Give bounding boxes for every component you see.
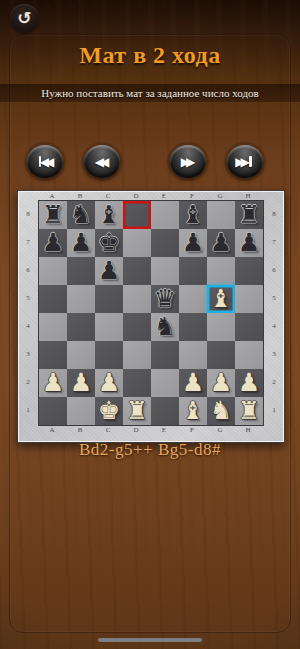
rank-labels-right: 87654321	[264, 200, 284, 424]
rank-label-6: 6	[18, 256, 38, 284]
square-g4[interactable]	[207, 313, 235, 341]
last-move-button[interactable]: ▶▶	[227, 145, 263, 178]
rank-label-6: 6	[264, 256, 284, 284]
square-f8[interactable]: ♝	[179, 201, 207, 229]
square-f5[interactable]	[179, 285, 207, 313]
square-h4[interactable]	[235, 313, 263, 341]
piece-bb-c8: ♝	[98, 201, 120, 229]
piece-wn-g1: ♞	[210, 397, 232, 425]
square-c1[interactable]: ♚	[95, 397, 123, 425]
square-h6[interactable]	[235, 257, 263, 285]
square-b2[interactable]: ♟	[67, 369, 95, 397]
rank-label-2: 2	[264, 368, 284, 396]
rank-label-7: 7	[264, 228, 284, 256]
square-h7[interactable]: ♟	[235, 229, 263, 257]
rank-label-7: 7	[18, 228, 38, 256]
app-screen: ↺ Мат в 2 хода Нужно поставить мат за за…	[0, 0, 300, 649]
square-a3[interactable]	[39, 341, 67, 369]
square-b8[interactable]: ♞	[67, 201, 95, 229]
square-e4[interactable]: ♞	[151, 313, 179, 341]
page-title: Мат в 2 хода	[0, 42, 300, 69]
piece-bp-f7: ♟	[182, 229, 204, 257]
square-f7[interactable]: ♟	[179, 229, 207, 257]
home-indicator[interactable]	[98, 638, 202, 642]
instruction-text: Нужно поставить мат за заданное число хо…	[41, 87, 258, 99]
piece-br-h8: ♜	[238, 201, 260, 229]
square-d3[interactable]	[123, 341, 151, 369]
solution-moves-text: Bd2-g5++ Bg5-d8#	[0, 440, 300, 460]
piece-wp-b2: ♟	[70, 369, 92, 397]
square-a1[interactable]	[39, 397, 67, 425]
piece-wb-f1: ♝	[182, 397, 204, 425]
instruction-band: Нужно поставить мат за заданное число хо…	[0, 84, 300, 102]
piece-bp-a7: ♟	[42, 229, 64, 257]
square-b5[interactable]	[67, 285, 95, 313]
back-arrows-icon: ◀◀	[97, 155, 105, 169]
square-b7[interactable]: ♟	[67, 229, 95, 257]
piece-wb-g5: ♝	[210, 285, 232, 313]
rank-label-1: 1	[264, 396, 284, 424]
file-label-d: D	[122, 425, 150, 436]
file-label-d: D	[122, 191, 150, 200]
rank-label-1: 1	[18, 396, 38, 424]
square-e3[interactable]	[151, 341, 179, 369]
chess-board: ABCDEFGH 87654321 87654321 ♜♞♝♝♜♟♟♚♟♟♟♟♛…	[17, 190, 285, 443]
rank-labels-left: 87654321	[18, 200, 38, 424]
square-f1[interactable]: ♝	[179, 397, 207, 425]
rank-label-3: 3	[264, 340, 284, 368]
square-h2[interactable]: ♟	[235, 369, 263, 397]
file-label-g: G	[206, 191, 234, 200]
square-h3[interactable]	[235, 341, 263, 369]
square-e5[interactable]: ♛	[151, 285, 179, 313]
fast-forward-icon: ▶▶	[237, 155, 245, 169]
square-d2[interactable]	[123, 369, 151, 397]
square-b4[interactable]	[67, 313, 95, 341]
square-g1[interactable]: ♞	[207, 397, 235, 425]
square-a6[interactable]	[39, 257, 67, 285]
file-label-h: H	[234, 191, 262, 200]
square-f4[interactable]	[179, 313, 207, 341]
file-label-a: A	[38, 425, 66, 436]
back-button[interactable]: ↺	[10, 4, 39, 33]
square-c5[interactable]	[95, 285, 123, 313]
board-grid: ♜♞♝♝♜♟♟♚♟♟♟♟♛♝♞♟♟♟♟♟♟♚♜♝♞♜	[38, 200, 264, 426]
square-f6[interactable]	[179, 257, 207, 285]
square-g6[interactable]	[207, 257, 235, 285]
square-e7[interactable]	[151, 229, 179, 257]
square-h5[interactable]	[235, 285, 263, 313]
piece-bp-g7: ♟	[210, 229, 232, 257]
piece-wp-g2: ♟	[210, 369, 232, 397]
square-d6[interactable]	[123, 257, 151, 285]
square-c3[interactable]	[95, 341, 123, 369]
file-label-g: G	[206, 425, 234, 436]
piece-bp-c6: ♟	[98, 257, 120, 285]
rank-label-5: 5	[18, 284, 38, 312]
square-g5[interactable]: ♝	[207, 285, 235, 313]
rank-label-4: 4	[18, 312, 38, 340]
piece-wk-c1: ♚	[98, 397, 120, 425]
end-bar-icon	[249, 156, 252, 167]
square-c6[interactable]: ♟	[95, 257, 123, 285]
file-label-c: C	[94, 425, 122, 436]
square-d5[interactable]	[123, 285, 151, 313]
first-move-button[interactable]: ◀◀	[27, 145, 63, 178]
square-a5[interactable]	[39, 285, 67, 313]
square-b1[interactable]	[67, 397, 95, 425]
file-label-e: E	[150, 425, 178, 436]
square-c4[interactable]	[95, 313, 123, 341]
rank-label-3: 3	[18, 340, 38, 368]
piece-wp-h2: ♟	[238, 369, 260, 397]
square-e6[interactable]	[151, 257, 179, 285]
file-label-f: F	[178, 425, 206, 436]
piece-wp-f2: ♟	[182, 369, 204, 397]
rank-label-8: 8	[264, 200, 284, 228]
piece-br-a8: ♜	[42, 201, 64, 229]
square-f3[interactable]	[179, 341, 207, 369]
file-label-c: C	[94, 191, 122, 200]
piece-bn-e4: ♞	[154, 313, 176, 341]
rank-label-5: 5	[264, 284, 284, 312]
file-label-f: F	[178, 191, 206, 200]
next-move-button[interactable]: ▶▶	[170, 145, 206, 178]
file-label-b: B	[66, 191, 94, 200]
square-h8[interactable]: ♜	[235, 201, 263, 229]
square-a7[interactable]: ♟	[39, 229, 67, 257]
square-e2[interactable]	[151, 369, 179, 397]
square-c2[interactable]: ♟	[95, 369, 123, 397]
piece-bp-b7: ♟	[70, 229, 92, 257]
file-label-h: H	[234, 425, 262, 436]
file-labels-bottom: ABCDEFGH	[38, 425, 262, 436]
square-g8[interactable]	[207, 201, 235, 229]
square-a8[interactable]: ♜	[39, 201, 67, 229]
square-d8[interactable]	[123, 201, 151, 229]
square-c7[interactable]: ♚	[95, 229, 123, 257]
square-d4[interactable]	[123, 313, 151, 341]
square-d7[interactable]	[123, 229, 151, 257]
file-label-b: B	[66, 425, 94, 436]
square-g3[interactable]	[207, 341, 235, 369]
file-label-e: E	[150, 191, 178, 200]
square-b6[interactable]	[67, 257, 95, 285]
square-e1[interactable]	[151, 397, 179, 425]
rank-label-8: 8	[18, 200, 38, 228]
square-f2[interactable]: ♟	[179, 369, 207, 397]
square-d1[interactable]: ♜	[123, 397, 151, 425]
rank-label-2: 2	[18, 368, 38, 396]
piece-wp-a2: ♟	[42, 369, 64, 397]
square-g7[interactable]: ♟	[207, 229, 235, 257]
file-label-a: A	[38, 191, 66, 200]
piece-wr-h1: ♜	[238, 397, 260, 425]
piece-wr-d1: ♜	[126, 397, 148, 425]
piece-bq-e5: ♛	[154, 285, 176, 313]
square-g2[interactable]: ♟	[207, 369, 235, 397]
undo-arrow-icon: ↺	[17, 10, 31, 27]
previous-move-button[interactable]: ◀◀	[84, 145, 120, 178]
square-a4[interactable]	[39, 313, 67, 341]
file-labels-top: ABCDEFGH	[38, 191, 262, 200]
piece-wp-c2: ♟	[98, 369, 120, 397]
square-h1[interactable]: ♜	[235, 397, 263, 425]
piece-bb-f8: ♝	[182, 201, 204, 229]
piece-bn-b8: ♞	[70, 201, 92, 229]
rewind-icon: ◀◀	[42, 155, 50, 169]
piece-bk-c7: ♚	[98, 229, 120, 257]
square-b3[interactable]	[67, 341, 95, 369]
forward-arrows-icon: ▶▶	[183, 155, 191, 169]
rank-label-4: 4	[264, 312, 284, 340]
piece-bp-h7: ♟	[238, 229, 260, 257]
square-c8[interactable]: ♝	[95, 201, 123, 229]
square-e8[interactable]	[151, 201, 179, 229]
square-a2[interactable]: ♟	[39, 369, 67, 397]
